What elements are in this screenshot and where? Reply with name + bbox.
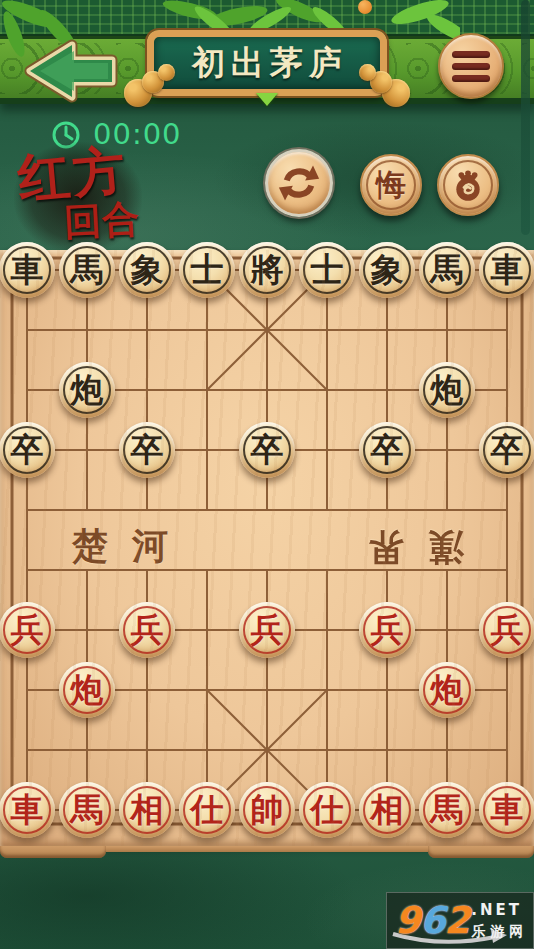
piece-兵-red[interactable]: 兵 xyxy=(0,602,55,658)
plaque-pointer xyxy=(256,93,278,106)
watermark-number: 962 xyxy=(395,902,469,939)
piece-兵-red[interactable]: 兵 xyxy=(479,602,534,658)
board-grid xyxy=(0,250,534,846)
board-edge xyxy=(0,846,106,858)
stage-title-plaque: 初出茅庐 xyxy=(147,30,387,96)
undo-button[interactable]: 悔 xyxy=(360,154,422,216)
piece-相-red[interactable]: 相 xyxy=(119,782,175,838)
game-screen: 初出茅庐 00:00 红方 回合 悔 xyxy=(0,0,534,949)
piece-將-black[interactable]: 將 xyxy=(239,242,295,298)
piece-兵-red[interactable]: 兵 xyxy=(239,602,295,658)
piece-象-black[interactable]: 象 xyxy=(119,242,175,298)
hamburger-menu-icon xyxy=(440,51,502,82)
site-watermark: 962 .NET 乐游网 xyxy=(386,892,534,949)
restart-button[interactable] xyxy=(265,149,333,217)
piece-仕-red[interactable]: 仕 xyxy=(299,782,355,838)
piece-兵-red[interactable]: 兵 xyxy=(119,602,175,658)
xiangqi-board[interactable]: 楚河 漢界 車馬象士將士象馬車炮炮卒卒卒卒卒兵兵兵兵兵炮炮車馬相仕帥仕相馬車 xyxy=(0,250,534,846)
piece-車-red[interactable]: 車 xyxy=(479,782,534,838)
back-arrow-icon xyxy=(20,38,120,104)
piece-車-black[interactable]: 車 xyxy=(479,242,534,298)
watermark-site-name: 乐游网 xyxy=(471,923,528,941)
turn-indicator-stamp: 红方 回合 xyxy=(10,144,160,248)
piece-馬-red[interactable]: 馬 xyxy=(59,782,115,838)
page-title: 初出茅庐 xyxy=(154,37,380,89)
gold-cloud-ornament xyxy=(124,59,182,109)
piece-炮-black[interactable]: 炮 xyxy=(59,362,115,418)
watermark-domain: .NET xyxy=(471,901,528,919)
piece-卒-black[interactable]: 卒 xyxy=(479,422,534,478)
piece-卒-black[interactable]: 卒 xyxy=(359,422,415,478)
piece-士-black[interactable]: 士 xyxy=(299,242,355,298)
piece-馬-black[interactable]: 馬 xyxy=(59,242,115,298)
piece-卒-black[interactable]: 卒 xyxy=(239,422,295,478)
hint-button[interactable] xyxy=(437,154,499,216)
piece-象-black[interactable]: 象 xyxy=(359,242,415,298)
piece-車-red[interactable]: 車 xyxy=(0,782,55,838)
piece-士-black[interactable]: 士 xyxy=(179,242,235,298)
back-button[interactable] xyxy=(20,38,120,104)
money-bag-icon xyxy=(448,165,488,205)
piece-相-red[interactable]: 相 xyxy=(359,782,415,838)
piece-馬-red[interactable]: 馬 xyxy=(419,782,475,838)
piece-仕-red[interactable]: 仕 xyxy=(179,782,235,838)
piece-卒-black[interactable]: 卒 xyxy=(119,422,175,478)
piece-炮-red[interactable]: 炮 xyxy=(59,662,115,718)
restart-icon xyxy=(278,162,320,204)
gold-cloud-ornament xyxy=(352,59,410,109)
board-edge xyxy=(428,846,534,858)
river-label-chu-he: 楚河 xyxy=(72,522,192,571)
piece-卒-black[interactable]: 卒 xyxy=(0,422,55,478)
piece-帥-red[interactable]: 帥 xyxy=(239,782,295,838)
piece-兵-red[interactable]: 兵 xyxy=(359,602,415,658)
menu-button[interactable] xyxy=(438,33,504,99)
piece-馬-black[interactable]: 馬 xyxy=(419,242,475,298)
river-label-han-jie: 漢界 xyxy=(344,522,488,571)
board-edge xyxy=(106,846,428,852)
turn-stamp-line2: 回合 xyxy=(63,194,142,248)
piece-炮-black[interactable]: 炮 xyxy=(419,362,475,418)
piece-車-black[interactable]: 車 xyxy=(0,242,55,298)
undo-label: 悔 xyxy=(376,165,406,206)
piece-炮-red[interactable]: 炮 xyxy=(419,662,475,718)
